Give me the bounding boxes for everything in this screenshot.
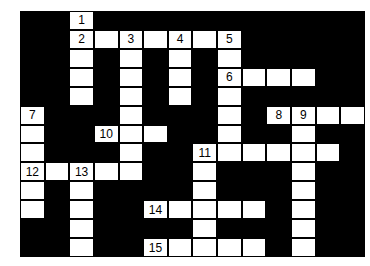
block-cell-r8c5: [143, 162, 168, 181]
block-cell-r9c10: [266, 181, 291, 200]
block-cell-r1c9: [242, 30, 267, 49]
block-cell-r12c4: [119, 238, 144, 257]
block-cell-r7c13: [340, 143, 365, 162]
block-cell-r4c10: [266, 87, 291, 106]
cell-r10c11[interactable]: [291, 200, 316, 219]
clue-number-13: 13: [75, 166, 88, 178]
clue-number-12: 12: [26, 166, 39, 178]
cell-r9c11[interactable]: [291, 181, 316, 200]
cell-r6c5[interactable]: [143, 125, 168, 144]
block-cell-r12c10: [266, 238, 291, 257]
block-cell-r4c1: [45, 87, 70, 106]
block-cell-r0c5: [143, 11, 168, 30]
block-cell-r6c13: [340, 125, 365, 144]
block-cell-r8c6: [168, 162, 193, 181]
cell-r8c2[interactable]: 13: [69, 162, 94, 181]
block-cell-r0c10: [266, 11, 291, 30]
cell-r2c8[interactable]: [217, 49, 242, 68]
block-cell-r2c9: [242, 49, 267, 68]
cell-r7c10[interactable]: [266, 143, 291, 162]
cell-r3c9[interactable]: [242, 68, 267, 87]
block-cell-r12c13: [340, 238, 365, 257]
clue-number-2: 2: [78, 33, 85, 45]
block-cell-r4c0: [20, 87, 45, 106]
block-cell-r0c3: [94, 11, 119, 30]
block-cell-r11c10: [266, 219, 291, 238]
block-cell-r12c0: [20, 238, 45, 257]
cell-r6c8[interactable]: [217, 125, 242, 144]
cell-r10c5[interactable]: 14: [143, 200, 168, 219]
block-cell-r3c13: [340, 68, 365, 87]
clue-number-9: 9: [300, 109, 307, 121]
cell-r4c2[interactable]: [69, 87, 94, 106]
cell-r10c9[interactable]: [242, 200, 267, 219]
block-cell-r7c3: [94, 143, 119, 162]
cell-r10c8[interactable]: [217, 200, 242, 219]
block-cell-r0c8: [217, 11, 242, 30]
clue-number-15: 15: [149, 242, 162, 254]
block-cell-r9c3: [94, 181, 119, 200]
block-cell-r11c5: [143, 219, 168, 238]
cell-r2c6[interactable]: [168, 49, 193, 68]
block-cell-r5c9: [242, 106, 267, 125]
block-cell-r9c12: [316, 181, 341, 200]
block-cell-r7c2: [69, 143, 94, 162]
cell-r2c4[interactable]: [119, 49, 144, 68]
block-cell-r3c1: [45, 68, 70, 87]
cell-r12c5[interactable]: 15: [143, 238, 168, 257]
block-cell-r9c9: [242, 181, 267, 200]
block-cell-r9c1: [45, 181, 70, 200]
block-cell-r1c11: [291, 30, 316, 49]
clue-number-1: 1: [78, 14, 85, 26]
block-cell-r9c13: [340, 181, 365, 200]
cell-r10c7[interactable]: [192, 200, 217, 219]
cell-r5c11[interactable]: 9: [291, 106, 316, 125]
cell-r3c2[interactable]: [69, 68, 94, 87]
block-cell-r9c8: [217, 181, 242, 200]
block-cell-r10c12: [316, 200, 341, 219]
cell-r4c8[interactable]: [217, 87, 242, 106]
block-cell-r1c0: [20, 30, 45, 49]
block-cell-r11c8: [217, 219, 242, 238]
cell-r11c2[interactable]: [69, 219, 94, 238]
cell-r6c3[interactable]: 10: [94, 125, 119, 144]
block-cell-r5c5: [143, 106, 168, 125]
cell-r1c7[interactable]: [192, 30, 217, 49]
block-cell-r2c5: [143, 49, 168, 68]
cell-r3c10[interactable]: [266, 68, 291, 87]
clue-number-10: 10: [100, 128, 113, 140]
block-cell-r9c6: [168, 181, 193, 200]
block-cell-r0c1: [45, 11, 70, 30]
block-cell-r1c13: [340, 30, 365, 49]
cell-r12c9[interactable]: [242, 238, 267, 257]
cell-r5c0[interactable]: 7: [20, 106, 45, 125]
block-cell-r11c6: [168, 219, 193, 238]
cell-r1c5[interactable]: [143, 30, 168, 49]
block-cell-r6c7: [192, 125, 217, 144]
block-cell-r10c1: [45, 200, 70, 219]
block-cell-r2c12: [316, 49, 341, 68]
block-cell-r6c6: [168, 125, 193, 144]
block-cell-r7c6: [168, 143, 193, 162]
cell-r0c2[interactable]: 1: [69, 11, 94, 30]
block-cell-r10c10: [266, 200, 291, 219]
block-cell-r0c6: [168, 11, 193, 30]
cell-r11c11[interactable]: [291, 219, 316, 238]
cell-r8c1[interactable]: [45, 162, 70, 181]
crossword-grid: 123456789101112131415: [20, 11, 365, 257]
cell-r7c7[interactable]: 11: [192, 143, 217, 162]
cell-r7c4[interactable]: [119, 143, 144, 162]
block-cell-r11c1: [45, 219, 70, 238]
cell-r5c13[interactable]: [340, 106, 365, 125]
block-cell-r4c5: [143, 87, 168, 106]
block-cell-r5c7: [192, 106, 217, 125]
block-cell-r2c3: [94, 49, 119, 68]
block-cell-r11c12: [316, 219, 341, 238]
cell-r12c2[interactable]: [69, 238, 94, 257]
clue-number-3: 3: [128, 33, 135, 45]
cell-r10c0[interactable]: [20, 200, 45, 219]
block-cell-r11c3: [94, 219, 119, 238]
block-cell-r0c12: [316, 11, 341, 30]
block-cell-r6c2: [69, 125, 94, 144]
block-cell-r2c7: [192, 49, 217, 68]
block-cell-r5c3: [94, 106, 119, 125]
cell-r12c8[interactable]: [217, 238, 242, 257]
cell-r7c0[interactable]: [20, 143, 45, 162]
block-cell-r12c12: [316, 238, 341, 257]
block-cell-r11c0: [20, 219, 45, 238]
block-cell-r2c10: [266, 49, 291, 68]
cell-r3c6[interactable]: [168, 68, 193, 87]
cell-r8c3[interactable]: [94, 162, 119, 181]
block-cell-r8c8: [217, 162, 242, 181]
cell-r10c6[interactable]: [168, 200, 193, 219]
cell-r6c0[interactable]: [20, 125, 45, 144]
cell-r9c2[interactable]: [69, 181, 94, 200]
cell-r6c11[interactable]: [291, 125, 316, 144]
block-cell-r4c9: [242, 87, 267, 106]
cell-r1c4[interactable]: 3: [119, 30, 144, 49]
block-cell-r0c11: [291, 11, 316, 30]
block-cell-r0c7: [192, 11, 217, 30]
cell-r8c0[interactable]: 12: [20, 162, 45, 181]
block-cell-r4c11: [291, 87, 316, 106]
cell-r4c6[interactable]: [168, 87, 193, 106]
block-cell-r6c1: [45, 125, 70, 144]
cell-r8c11[interactable]: [291, 162, 316, 181]
block-cell-r1c12: [316, 30, 341, 49]
block-cell-r3c5: [143, 68, 168, 87]
block-cell-r2c11: [291, 49, 316, 68]
block-cell-r0c4: [119, 11, 144, 30]
cell-r1c3[interactable]: [94, 30, 119, 49]
cell-r5c12[interactable]: [316, 106, 341, 125]
cell-r6c4[interactable]: [119, 125, 144, 144]
block-cell-r2c13: [340, 49, 365, 68]
cell-r1c6[interactable]: 4: [168, 30, 193, 49]
cell-r5c8[interactable]: [217, 106, 242, 125]
block-cell-r5c2: [69, 106, 94, 125]
cell-r2c2[interactable]: [69, 49, 94, 68]
block-cell-r11c13: [340, 219, 365, 238]
block-cell-r6c12: [316, 125, 341, 144]
block-cell-r4c12: [316, 87, 341, 106]
block-cell-r3c0: [20, 68, 45, 87]
block-cell-r8c9: [242, 162, 267, 181]
block-cell-r8c12: [316, 162, 341, 181]
cell-r8c4[interactable]: [119, 162, 144, 181]
cell-r5c10[interactable]: 8: [266, 106, 291, 125]
cell-r11c7[interactable]: [192, 219, 217, 238]
block-cell-r8c13: [340, 162, 365, 181]
cell-r7c8[interactable]: [217, 143, 242, 162]
cell-r12c11[interactable]: [291, 238, 316, 257]
block-cell-r11c4: [119, 219, 144, 238]
block-cell-r7c1: [45, 143, 70, 162]
block-cell-r8c10: [266, 162, 291, 181]
cell-r12c6[interactable]: [168, 238, 193, 257]
block-cell-r3c3: [94, 68, 119, 87]
block-cell-r0c9: [242, 11, 267, 30]
block-cell-r4c13: [340, 87, 365, 106]
cell-r1c2[interactable]: 2: [69, 30, 94, 49]
cell-r7c9[interactable]: [242, 143, 267, 162]
block-cell-r4c3: [94, 87, 119, 106]
cell-r8c7[interactable]: [192, 162, 217, 181]
block-cell-r11c9: [242, 219, 267, 238]
block-cell-r12c1: [45, 238, 70, 257]
block-cell-r0c0: [20, 11, 45, 30]
block-cell-r7c5: [143, 143, 168, 162]
block-cell-r4c7: [192, 87, 217, 106]
block-cell-r9c4: [119, 181, 144, 200]
cell-r1c8[interactable]: 5: [217, 30, 242, 49]
cell-r7c11[interactable]: [291, 143, 316, 162]
cell-r3c4[interactable]: [119, 68, 144, 87]
clue-number-5: 5: [226, 33, 233, 45]
block-cell-r2c1: [45, 49, 70, 68]
cell-r10c2[interactable]: [69, 200, 94, 219]
cell-r9c0[interactable]: [20, 181, 45, 200]
block-cell-r5c1: [45, 106, 70, 125]
clue-number-6: 6: [226, 71, 233, 83]
clue-number-11: 11: [199, 147, 211, 159]
clue-number-8: 8: [275, 109, 282, 121]
block-cell-r6c10: [266, 125, 291, 144]
clue-number-4: 4: [177, 33, 184, 45]
clue-number-7: 7: [29, 109, 36, 121]
block-cell-r6c9: [242, 125, 267, 144]
cell-r3c8[interactable]: 6: [217, 68, 242, 87]
block-cell-r10c4: [119, 200, 144, 219]
cell-r5c4[interactable]: [119, 106, 144, 125]
block-cell-r3c7: [192, 68, 217, 87]
cell-r9c7[interactable]: [192, 181, 217, 200]
block-cell-r1c10: [266, 30, 291, 49]
cell-r7c12[interactable]: [316, 143, 341, 162]
block-cell-r10c3: [94, 200, 119, 219]
block-cell-r9c5: [143, 181, 168, 200]
block-cell-r3c12: [316, 68, 341, 87]
cell-r3c11[interactable]: [291, 68, 316, 87]
block-cell-r5c6: [168, 106, 193, 125]
block-cell-r2c0: [20, 49, 45, 68]
clue-number-14: 14: [149, 204, 162, 216]
block-cell-r10c13: [340, 200, 365, 219]
block-cell-r12c3: [94, 238, 119, 257]
block-cell-r1c1: [45, 30, 70, 49]
block-cell-r0c13: [340, 11, 365, 30]
cell-r4c4[interactable]: [119, 87, 144, 106]
cell-r12c7[interactable]: [192, 238, 217, 257]
